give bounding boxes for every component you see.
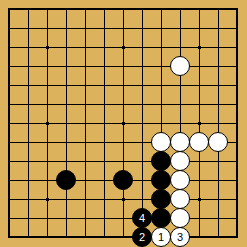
stone-white-K10: [170, 56, 190, 76]
stone-white-K3: [170, 189, 190, 209]
stone-black-J5: [151, 151, 171, 171]
move-4-stone-black-H2: 4: [132, 208, 152, 228]
stone-white-K4: [170, 170, 190, 190]
board-grid: 4213: [0, 0, 247, 247]
stone-black-J3: [151, 189, 171, 209]
move-3-stone-white-K1: 3: [170, 227, 190, 247]
stone-white-K6: [170, 132, 190, 152]
move-number-label: 1: [158, 232, 164, 243]
stone-white-K5: [170, 151, 190, 171]
stone-white-J6: [151, 132, 171, 152]
move-number-label: 2: [139, 232, 145, 243]
move-1-stone-white-J1: 1: [151, 227, 171, 247]
stone-black-G4: [113, 170, 133, 190]
stone-black-J2: [151, 208, 171, 228]
move-number-label: 4: [139, 213, 145, 224]
move-number-label: 3: [177, 232, 183, 243]
stone-white-M6: [208, 132, 228, 152]
stone-black-J4: [151, 170, 171, 190]
move-2-stone-black-H1: 2: [132, 227, 152, 247]
stone-white-L6: [189, 132, 209, 152]
go-board-diagram: 4213: [0, 0, 247, 247]
stone-white-K2: [170, 208, 190, 228]
stone-black-D4: [56, 170, 76, 190]
